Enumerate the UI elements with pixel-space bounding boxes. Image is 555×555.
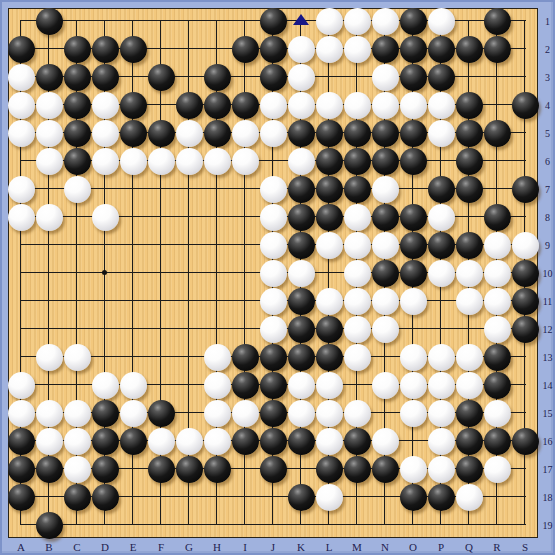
board-point-H8[interactable] <box>203 203 231 231</box>
board-point-H14[interactable] <box>203 371 231 399</box>
board-point-H1[interactable] <box>203 7 231 35</box>
board-point-R14[interactable] <box>483 371 511 399</box>
board-point-E7[interactable] <box>119 175 147 203</box>
board-point-Q3[interactable] <box>455 63 483 91</box>
board-point-C14[interactable] <box>63 371 91 399</box>
board-point-P9[interactable] <box>427 231 455 259</box>
board-point-F12[interactable] <box>147 315 175 343</box>
board-point-D9[interactable] <box>91 231 119 259</box>
board-point-I3[interactable] <box>231 63 259 91</box>
board-point-R9[interactable] <box>483 231 511 259</box>
board-point-Q7[interactable] <box>455 175 483 203</box>
board-point-R7[interactable] <box>483 175 511 203</box>
board-point-P11[interactable] <box>427 287 455 315</box>
board-point-H7[interactable] <box>203 175 231 203</box>
board-point-G6[interactable] <box>175 147 203 175</box>
board-point-L15[interactable] <box>315 399 343 427</box>
board-point-Q14[interactable] <box>455 371 483 399</box>
board-point-Q9[interactable] <box>455 231 483 259</box>
board-point-I7[interactable] <box>231 175 259 203</box>
board-point-C1[interactable] <box>63 7 91 35</box>
board-point-J3[interactable] <box>259 63 287 91</box>
board-point-F8[interactable] <box>147 203 175 231</box>
board-point-J8[interactable] <box>259 203 287 231</box>
board-point-M18[interactable] <box>343 483 371 511</box>
board-point-F11[interactable] <box>147 287 175 315</box>
board-point-D13[interactable] <box>91 343 119 371</box>
board-point-N13[interactable] <box>371 343 399 371</box>
board-point-L16[interactable] <box>315 427 343 455</box>
board-point-H2[interactable] <box>203 35 231 63</box>
board-point-H12[interactable] <box>203 315 231 343</box>
board-point-R12[interactable] <box>483 315 511 343</box>
board-point-S8[interactable] <box>511 203 539 231</box>
board-point-M11[interactable] <box>343 287 371 315</box>
board-point-Q15[interactable] <box>455 399 483 427</box>
board-point-O9[interactable] <box>399 231 427 259</box>
board-point-M10[interactable] <box>343 259 371 287</box>
board-point-F3[interactable] <box>147 63 175 91</box>
board-point-P15[interactable] <box>427 399 455 427</box>
board-point-R1[interactable] <box>483 7 511 35</box>
board-point-M12[interactable] <box>343 315 371 343</box>
board-point-Q6[interactable] <box>455 147 483 175</box>
board-point-B18[interactable] <box>35 483 63 511</box>
board-point-E3[interactable] <box>119 63 147 91</box>
board-point-H17[interactable] <box>203 455 231 483</box>
board-point-K4[interactable] <box>287 91 315 119</box>
board-point-G19[interactable] <box>175 511 203 539</box>
board-point-L13[interactable] <box>315 343 343 371</box>
board-point-S5[interactable] <box>511 119 539 147</box>
board-point-K14[interactable] <box>287 371 315 399</box>
board-point-R6[interactable] <box>483 147 511 175</box>
board-point-H15[interactable] <box>203 399 231 427</box>
board-point-J11[interactable] <box>259 287 287 315</box>
board-point-G3[interactable] <box>175 63 203 91</box>
board-point-C11[interactable] <box>63 287 91 315</box>
board-point-N10[interactable] <box>371 259 399 287</box>
board-point-N3[interactable] <box>371 63 399 91</box>
board-point-G13[interactable] <box>175 343 203 371</box>
board-point-Q12[interactable] <box>455 315 483 343</box>
board-point-L14[interactable] <box>315 371 343 399</box>
board-point-M14[interactable] <box>343 371 371 399</box>
board-point-P2[interactable] <box>427 35 455 63</box>
board-point-L19[interactable] <box>315 511 343 539</box>
board-point-G4[interactable] <box>175 91 203 119</box>
board-point-J1[interactable] <box>259 7 287 35</box>
board-point-K12[interactable] <box>287 315 315 343</box>
board-point-L18[interactable] <box>315 483 343 511</box>
board-point-M13[interactable] <box>343 343 371 371</box>
board-point-H6[interactable] <box>203 147 231 175</box>
board-point-H9[interactable] <box>203 231 231 259</box>
board-point-C8[interactable] <box>63 203 91 231</box>
board-point-O11[interactable] <box>399 287 427 315</box>
board-point-H11[interactable] <box>203 287 231 315</box>
board-point-G7[interactable] <box>175 175 203 203</box>
board-point-B14[interactable] <box>35 371 63 399</box>
board-point-J17[interactable] <box>259 455 287 483</box>
board-point-C17[interactable] <box>63 455 91 483</box>
board-point-D3[interactable] <box>91 63 119 91</box>
board-point-A9[interactable] <box>7 231 35 259</box>
board-point-A2[interactable] <box>7 35 35 63</box>
board-point-B5[interactable] <box>35 119 63 147</box>
board-point-N1[interactable] <box>371 7 399 35</box>
board-point-D1[interactable] <box>91 7 119 35</box>
board-point-L17[interactable] <box>315 455 343 483</box>
board-point-M6[interactable] <box>343 147 371 175</box>
board-point-Q11[interactable] <box>455 287 483 315</box>
board-point-K2[interactable] <box>287 35 315 63</box>
board-point-R15[interactable] <box>483 399 511 427</box>
board-point-N7[interactable] <box>371 175 399 203</box>
board-point-G17[interactable] <box>175 455 203 483</box>
board-point-E18[interactable] <box>119 483 147 511</box>
board-point-P13[interactable] <box>427 343 455 371</box>
board-point-N16[interactable] <box>371 427 399 455</box>
board-point-L2[interactable] <box>315 35 343 63</box>
board-point-J16[interactable] <box>259 427 287 455</box>
board-point-O7[interactable] <box>399 175 427 203</box>
board-point-M19[interactable] <box>343 511 371 539</box>
board-point-J4[interactable] <box>259 91 287 119</box>
board-point-S10[interactable] <box>511 259 539 287</box>
board-point-P14[interactable] <box>427 371 455 399</box>
board-point-J9[interactable] <box>259 231 287 259</box>
board-point-A11[interactable] <box>7 287 35 315</box>
board-point-I18[interactable] <box>231 483 259 511</box>
board-point-F5[interactable] <box>147 119 175 147</box>
board-point-O4[interactable] <box>399 91 427 119</box>
board-point-L10[interactable] <box>315 259 343 287</box>
board-point-S19[interactable] <box>511 511 539 539</box>
board-point-N11[interactable] <box>371 287 399 315</box>
board-point-D12[interactable] <box>91 315 119 343</box>
board-point-F6[interactable] <box>147 147 175 175</box>
board-point-D11[interactable] <box>91 287 119 315</box>
board-point-I8[interactable] <box>231 203 259 231</box>
board-point-S1[interactable] <box>511 7 539 35</box>
board-point-H4[interactable] <box>203 91 231 119</box>
board-point-N14[interactable] <box>371 371 399 399</box>
board-point-D7[interactable] <box>91 175 119 203</box>
board-point-B16[interactable] <box>35 427 63 455</box>
board-point-C19[interactable] <box>63 511 91 539</box>
board-point-G1[interactable] <box>175 7 203 35</box>
board-point-O12[interactable] <box>399 315 427 343</box>
board-point-P5[interactable] <box>427 119 455 147</box>
board-point-G16[interactable] <box>175 427 203 455</box>
board-point-P3[interactable] <box>427 63 455 91</box>
board-point-L7[interactable] <box>315 175 343 203</box>
board-point-E11[interactable] <box>119 287 147 315</box>
board-point-O8[interactable] <box>399 203 427 231</box>
board-point-P1[interactable] <box>427 7 455 35</box>
board-point-B11[interactable] <box>35 287 63 315</box>
board-point-P19[interactable] <box>427 511 455 539</box>
board-point-N19[interactable] <box>371 511 399 539</box>
board-point-F1[interactable] <box>147 7 175 35</box>
board-point-C6[interactable] <box>63 147 91 175</box>
board-point-R5[interactable] <box>483 119 511 147</box>
board-point-F17[interactable] <box>147 455 175 483</box>
board-point-C9[interactable] <box>63 231 91 259</box>
board-point-M4[interactable] <box>343 91 371 119</box>
board-point-N6[interactable] <box>371 147 399 175</box>
board-point-K3[interactable] <box>287 63 315 91</box>
board-point-R3[interactable] <box>483 63 511 91</box>
board-point-J15[interactable] <box>259 399 287 427</box>
board-point-F10[interactable] <box>147 259 175 287</box>
board-point-A19[interactable] <box>7 511 35 539</box>
board-point-M9[interactable] <box>343 231 371 259</box>
board-point-N9[interactable] <box>371 231 399 259</box>
board-point-E2[interactable] <box>119 35 147 63</box>
board-point-D19[interactable] <box>91 511 119 539</box>
board-point-Q4[interactable] <box>455 91 483 119</box>
board-point-N8[interactable] <box>371 203 399 231</box>
board-point-F2[interactable] <box>147 35 175 63</box>
board-point-E8[interactable] <box>119 203 147 231</box>
board-point-L4[interactable] <box>315 91 343 119</box>
board-point-B17[interactable] <box>35 455 63 483</box>
board-point-E5[interactable] <box>119 119 147 147</box>
board-point-P6[interactable] <box>427 147 455 175</box>
board-point-D10[interactable] <box>91 259 119 287</box>
board-point-N12[interactable] <box>371 315 399 343</box>
board-point-M5[interactable] <box>343 119 371 147</box>
board-point-Q13[interactable] <box>455 343 483 371</box>
board-point-O1[interactable] <box>399 7 427 35</box>
board-point-M15[interactable] <box>343 399 371 427</box>
board-point-N15[interactable] <box>371 399 399 427</box>
board-point-K16[interactable] <box>287 427 315 455</box>
board-point-O5[interactable] <box>399 119 427 147</box>
board-point-K13[interactable] <box>287 343 315 371</box>
board-point-I9[interactable] <box>231 231 259 259</box>
board-point-O16[interactable] <box>399 427 427 455</box>
board-point-E13[interactable] <box>119 343 147 371</box>
board-point-Q18[interactable] <box>455 483 483 511</box>
board-point-Q19[interactable] <box>455 511 483 539</box>
board-point-Q8[interactable] <box>455 203 483 231</box>
board-point-L5[interactable] <box>315 119 343 147</box>
board-point-J19[interactable] <box>259 511 287 539</box>
board-point-A17[interactable] <box>7 455 35 483</box>
board-point-I4[interactable] <box>231 91 259 119</box>
board-point-B3[interactable] <box>35 63 63 91</box>
board-point-I14[interactable] <box>231 371 259 399</box>
board-point-E10[interactable] <box>119 259 147 287</box>
board-point-L9[interactable] <box>315 231 343 259</box>
board-point-P4[interactable] <box>427 91 455 119</box>
board-point-S17[interactable] <box>511 455 539 483</box>
board-point-G9[interactable] <box>175 231 203 259</box>
board-point-P8[interactable] <box>427 203 455 231</box>
board-point-N17[interactable] <box>371 455 399 483</box>
board-point-Q5[interactable] <box>455 119 483 147</box>
board-point-K6[interactable] <box>287 147 315 175</box>
board-point-L12[interactable] <box>315 315 343 343</box>
board-point-J2[interactable] <box>259 35 287 63</box>
board-point-K10[interactable] <box>287 259 315 287</box>
board-point-H19[interactable] <box>203 511 231 539</box>
board-point-L3[interactable] <box>315 63 343 91</box>
board-point-S9[interactable] <box>511 231 539 259</box>
board-point-I11[interactable] <box>231 287 259 315</box>
board-point-A7[interactable] <box>7 175 35 203</box>
board-point-E19[interactable] <box>119 511 147 539</box>
board-point-S4[interactable] <box>511 91 539 119</box>
board-point-B15[interactable] <box>35 399 63 427</box>
board-point-N18[interactable] <box>371 483 399 511</box>
board-point-M1[interactable] <box>343 7 371 35</box>
board-point-K17[interactable] <box>287 455 315 483</box>
board-point-A13[interactable] <box>7 343 35 371</box>
board-point-P18[interactable] <box>427 483 455 511</box>
board-point-H16[interactable] <box>203 427 231 455</box>
board-point-J12[interactable] <box>259 315 287 343</box>
board-point-H5[interactable] <box>203 119 231 147</box>
board-point-I5[interactable] <box>231 119 259 147</box>
board-point-C4[interactable] <box>63 91 91 119</box>
board-point-L8[interactable] <box>315 203 343 231</box>
board-point-A10[interactable] <box>7 259 35 287</box>
board-point-O14[interactable] <box>399 371 427 399</box>
board-point-S2[interactable] <box>511 35 539 63</box>
board-point-J5[interactable] <box>259 119 287 147</box>
board-point-D4[interactable] <box>91 91 119 119</box>
board-point-K18[interactable] <box>287 483 315 511</box>
board-point-O3[interactable] <box>399 63 427 91</box>
board-point-H3[interactable] <box>203 63 231 91</box>
board-point-O15[interactable] <box>399 399 427 427</box>
board-point-B12[interactable] <box>35 315 63 343</box>
board-point-R13[interactable] <box>483 343 511 371</box>
board-point-N4[interactable] <box>371 91 399 119</box>
board-point-H10[interactable] <box>203 259 231 287</box>
board-point-A12[interactable] <box>7 315 35 343</box>
board-point-S7[interactable] <box>511 175 539 203</box>
board-point-F7[interactable] <box>147 175 175 203</box>
board-point-G11[interactable] <box>175 287 203 315</box>
board-point-C10[interactable] <box>63 259 91 287</box>
board-point-O13[interactable] <box>399 343 427 371</box>
board-point-C7[interactable] <box>63 175 91 203</box>
board-point-K19[interactable] <box>287 511 315 539</box>
board-point-A5[interactable] <box>7 119 35 147</box>
board-point-E12[interactable] <box>119 315 147 343</box>
board-point-A1[interactable] <box>7 7 35 35</box>
board-point-R18[interactable] <box>483 483 511 511</box>
board-point-E4[interactable] <box>119 91 147 119</box>
board-point-C2[interactable] <box>63 35 91 63</box>
board-point-N2[interactable] <box>371 35 399 63</box>
board-point-M2[interactable] <box>343 35 371 63</box>
board-point-B8[interactable] <box>35 203 63 231</box>
board-point-I2[interactable] <box>231 35 259 63</box>
board-point-A14[interactable] <box>7 371 35 399</box>
board-point-B19[interactable] <box>35 511 63 539</box>
board-point-I12[interactable] <box>231 315 259 343</box>
board-point-O2[interactable] <box>399 35 427 63</box>
board-point-M17[interactable] <box>343 455 371 483</box>
board-point-C3[interactable] <box>63 63 91 91</box>
board-point-I19[interactable] <box>231 511 259 539</box>
board-point-I17[interactable] <box>231 455 259 483</box>
board-point-Q16[interactable] <box>455 427 483 455</box>
board-point-K11[interactable] <box>287 287 315 315</box>
board-point-K5[interactable] <box>287 119 315 147</box>
board-point-F16[interactable] <box>147 427 175 455</box>
board-point-P10[interactable] <box>427 259 455 287</box>
board-point-A16[interactable] <box>7 427 35 455</box>
board-point-O18[interactable] <box>399 483 427 511</box>
board-point-F9[interactable] <box>147 231 175 259</box>
board-point-I10[interactable] <box>231 259 259 287</box>
board-point-M8[interactable] <box>343 203 371 231</box>
board-point-F14[interactable] <box>147 371 175 399</box>
board-point-B7[interactable] <box>35 175 63 203</box>
board-point-F18[interactable] <box>147 483 175 511</box>
board-point-B9[interactable] <box>35 231 63 259</box>
board-point-E14[interactable] <box>119 371 147 399</box>
board-point-G8[interactable] <box>175 203 203 231</box>
board-point-A3[interactable] <box>7 63 35 91</box>
board-point-L1[interactable] <box>315 7 343 35</box>
board-point-J18[interactable] <box>259 483 287 511</box>
board-point-O17[interactable] <box>399 455 427 483</box>
board-point-Q17[interactable] <box>455 455 483 483</box>
board-point-D18[interactable] <box>91 483 119 511</box>
board-point-G12[interactable] <box>175 315 203 343</box>
board-point-B10[interactable] <box>35 259 63 287</box>
board-point-G10[interactable] <box>175 259 203 287</box>
board-point-S6[interactable] <box>511 147 539 175</box>
board-point-B4[interactable] <box>35 91 63 119</box>
board-point-J10[interactable] <box>259 259 287 287</box>
board-point-K15[interactable] <box>287 399 315 427</box>
board-point-A8[interactable] <box>7 203 35 231</box>
board-point-A18[interactable] <box>7 483 35 511</box>
board-point-Q1[interactable] <box>455 7 483 35</box>
board-point-C16[interactable] <box>63 427 91 455</box>
board-point-I13[interactable] <box>231 343 259 371</box>
board-point-C13[interactable] <box>63 343 91 371</box>
board-point-E9[interactable] <box>119 231 147 259</box>
board-point-B1[interactable] <box>35 7 63 35</box>
board-point-E1[interactable] <box>119 7 147 35</box>
board-point-K8[interactable] <box>287 203 315 231</box>
board-point-S12[interactable] <box>511 315 539 343</box>
board-point-I16[interactable] <box>231 427 259 455</box>
board-point-Q10[interactable] <box>455 259 483 287</box>
board-point-P17[interactable] <box>427 455 455 483</box>
board-point-P16[interactable] <box>427 427 455 455</box>
board-point-S16[interactable] <box>511 427 539 455</box>
board-point-D6[interactable] <box>91 147 119 175</box>
board-point-F15[interactable] <box>147 399 175 427</box>
board-point-M7[interactable] <box>343 175 371 203</box>
board-point-F13[interactable] <box>147 343 175 371</box>
board-point-D16[interactable] <box>91 427 119 455</box>
board-point-D2[interactable] <box>91 35 119 63</box>
board-point-G18[interactable] <box>175 483 203 511</box>
board-point-O19[interactable] <box>399 511 427 539</box>
